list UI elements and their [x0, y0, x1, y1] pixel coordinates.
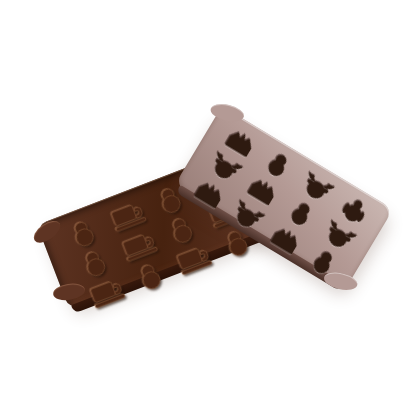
product-photo-stage: [0, 0, 416, 416]
chocolate-tray-grip-tab: [30, 217, 64, 247]
silicone-mold-grip-tab: [209, 101, 246, 124]
